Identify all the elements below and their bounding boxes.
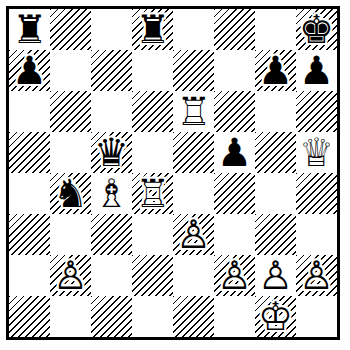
square-f2[interactable]: ♙ xyxy=(214,255,255,296)
white-pawn-b2: ♙ xyxy=(53,255,88,296)
square-c6[interactable] xyxy=(91,91,132,132)
square-b3[interactable] xyxy=(50,214,91,255)
square-d8[interactable]: ♜ xyxy=(132,9,173,50)
black-pawn-a7: ♟ xyxy=(12,50,47,91)
square-g3[interactable] xyxy=(255,214,296,255)
square-h7[interactable]: ♟ xyxy=(296,50,337,91)
black-knight-b4: ♞ xyxy=(53,173,88,214)
black-pawn-h7: ♟ xyxy=(299,50,334,91)
square-d1[interactable] xyxy=(132,296,173,337)
square-g7[interactable]: ♟ xyxy=(255,50,296,91)
square-d4[interactable]: ♖ xyxy=(132,173,173,214)
square-h1[interactable] xyxy=(296,296,337,337)
square-b6[interactable] xyxy=(50,91,91,132)
white-rook-e6: ♖ xyxy=(176,91,211,132)
square-f5[interactable]: ♟ xyxy=(214,132,255,173)
white-queen-h5: ♕ xyxy=(299,132,334,173)
square-e7[interactable] xyxy=(173,50,214,91)
square-g6[interactable] xyxy=(255,91,296,132)
square-g4[interactable] xyxy=(255,173,296,214)
black-rook-a8: ♜ xyxy=(12,9,47,50)
square-d3[interactable] xyxy=(132,214,173,255)
square-c2[interactable] xyxy=(91,255,132,296)
square-a1[interactable] xyxy=(9,296,50,337)
square-f8[interactable] xyxy=(214,9,255,50)
square-a8[interactable]: ♜ xyxy=(9,9,50,50)
square-f6[interactable] xyxy=(214,91,255,132)
black-king-h8: ♚ xyxy=(299,9,334,50)
chess-diagram: ♜♜♚♟♟♟♖♛♟♕♞♗♖♙♙♙♙♙♔ xyxy=(0,0,350,350)
square-f7[interactable] xyxy=(214,50,255,91)
square-f3[interactable] xyxy=(214,214,255,255)
square-c3[interactable] xyxy=(91,214,132,255)
square-a5[interactable] xyxy=(9,132,50,173)
square-h4[interactable] xyxy=(296,173,337,214)
square-e8[interactable] xyxy=(173,9,214,50)
square-g1[interactable]: ♔ xyxy=(255,296,296,337)
square-c8[interactable] xyxy=(91,9,132,50)
square-d2[interactable] xyxy=(132,255,173,296)
black-pawn-g7: ♟ xyxy=(258,50,293,91)
square-g5[interactable] xyxy=(255,132,296,173)
square-g8[interactable] xyxy=(255,9,296,50)
white-king-g1: ♔ xyxy=(258,296,293,337)
white-rook-d4: ♖ xyxy=(135,173,170,214)
square-a2[interactable] xyxy=(9,255,50,296)
black-pawn-f5: ♟ xyxy=(217,132,252,173)
square-e4[interactable] xyxy=(173,173,214,214)
square-e6[interactable]: ♖ xyxy=(173,91,214,132)
square-a3[interactable] xyxy=(9,214,50,255)
square-h5[interactable]: ♕ xyxy=(296,132,337,173)
black-queen-c5: ♛ xyxy=(94,132,129,173)
square-d6[interactable] xyxy=(132,91,173,132)
square-f4[interactable] xyxy=(214,173,255,214)
square-h2[interactable]: ♙ xyxy=(296,255,337,296)
square-c4[interactable]: ♗ xyxy=(91,173,132,214)
square-g2[interactable]: ♙ xyxy=(255,255,296,296)
white-pawn-h2: ♙ xyxy=(299,255,334,296)
square-d5[interactable] xyxy=(132,132,173,173)
square-h8[interactable]: ♚ xyxy=(296,9,337,50)
black-rook-d8: ♜ xyxy=(135,9,170,50)
square-h6[interactable] xyxy=(296,91,337,132)
white-pawn-g2: ♙ xyxy=(258,255,293,296)
square-c7[interactable] xyxy=(91,50,132,91)
square-c5[interactable]: ♛ xyxy=(91,132,132,173)
chess-board: ♜♜♚♟♟♟♖♛♟♕♞♗♖♙♙♙♙♙♔ xyxy=(6,6,340,340)
square-a7[interactable]: ♟ xyxy=(9,50,50,91)
square-c1[interactable] xyxy=(91,296,132,337)
white-bishop-c4: ♗ xyxy=(94,173,129,214)
square-b5[interactable] xyxy=(50,132,91,173)
square-b1[interactable] xyxy=(50,296,91,337)
square-e5[interactable] xyxy=(173,132,214,173)
square-f1[interactable] xyxy=(214,296,255,337)
square-a4[interactable] xyxy=(9,173,50,214)
square-b4[interactable]: ♞ xyxy=(50,173,91,214)
square-b8[interactable] xyxy=(50,9,91,50)
square-e3[interactable]: ♙ xyxy=(173,214,214,255)
square-b7[interactable] xyxy=(50,50,91,91)
square-e1[interactable] xyxy=(173,296,214,337)
square-b2[interactable]: ♙ xyxy=(50,255,91,296)
square-d7[interactable] xyxy=(132,50,173,91)
white-pawn-e3: ♙ xyxy=(176,214,211,255)
square-e2[interactable] xyxy=(173,255,214,296)
square-a6[interactable] xyxy=(9,91,50,132)
white-pawn-f2: ♙ xyxy=(217,255,252,296)
square-h3[interactable] xyxy=(296,214,337,255)
